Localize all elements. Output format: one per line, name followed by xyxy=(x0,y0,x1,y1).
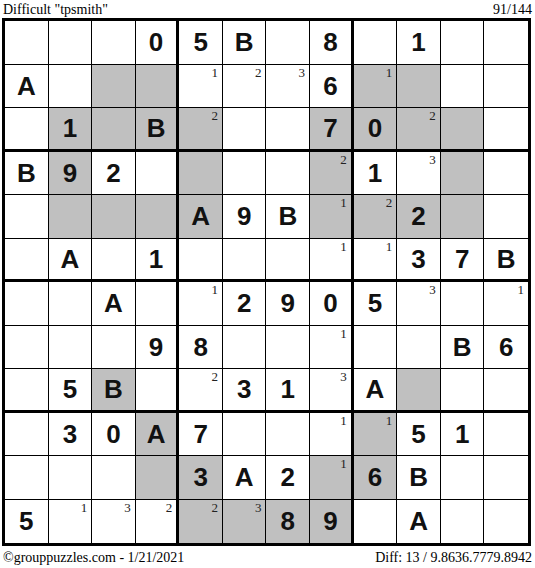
cell-r3c3[interactable] xyxy=(92,108,136,152)
cell-r3c6[interactable] xyxy=(223,108,267,152)
cell-r2c5[interactable]: 1 xyxy=(179,65,223,109)
cell-r12c2[interactable]: 1 xyxy=(49,500,93,544)
cell-value: 6 xyxy=(323,73,337,99)
cell-r7c1[interactable] xyxy=(5,282,49,326)
cell-r1c9[interactable] xyxy=(354,21,398,65)
pencil-mark: 1 xyxy=(517,282,524,297)
cell-r2c6[interactable]: 2 xyxy=(223,65,267,109)
cell-value: 2 xyxy=(281,464,295,490)
cell-value: 1 xyxy=(368,160,382,186)
cell-r9c8[interactable]: 3 xyxy=(310,369,354,413)
cell-r11c9[interactable]: 6 xyxy=(354,456,398,500)
cell-r10c1[interactable] xyxy=(5,413,49,457)
cell-r5c3[interactable] xyxy=(92,195,136,239)
pencil-mark: 2 xyxy=(211,500,218,515)
pencil-mark: 2 xyxy=(255,65,262,80)
cell-r1c11[interactable] xyxy=(441,21,485,65)
cell-r5c7[interactable]: B xyxy=(266,195,310,239)
cell-value: 5 xyxy=(63,376,77,402)
cell-r12c9[interactable] xyxy=(354,500,398,544)
cell-r11c4[interactable] xyxy=(136,456,180,500)
cell-value: 7 xyxy=(455,246,469,272)
cell-value: 1 xyxy=(281,376,295,402)
cell-r9c4[interactable] xyxy=(136,369,180,413)
cell-value: 7 xyxy=(193,421,207,447)
cell-value: B xyxy=(453,334,472,360)
cell-r4c8[interactable]: 2 xyxy=(310,152,354,196)
pencil-mark: 2 xyxy=(211,369,218,384)
cell-r7c10[interactable]: 3 xyxy=(397,282,441,326)
cell-r10c12[interactable] xyxy=(484,413,528,457)
puzzle-header: Difficult "tpsmith" 91/144 xyxy=(0,0,535,18)
cell-r12c7[interactable]: 8 xyxy=(266,500,310,544)
cell-r9c5[interactable]: 2 xyxy=(179,369,223,413)
cell-r6c2[interactable]: A xyxy=(49,239,93,283)
cell-value: 5 xyxy=(368,290,382,316)
pencil-mark: 3 xyxy=(429,152,436,167)
cell-r1c12[interactable] xyxy=(484,21,528,65)
cell-value: 9 xyxy=(237,203,251,229)
cell-r4c5[interactable] xyxy=(179,152,223,196)
cell-value: B xyxy=(235,29,254,55)
cell-value: 3 xyxy=(237,376,251,402)
cell-r12c5[interactable]: 2 xyxy=(179,500,223,544)
cell-r8c7[interactable] xyxy=(266,326,310,370)
cell-r7c6[interactable]: 2 xyxy=(223,282,267,326)
cell-r1c2[interactable] xyxy=(49,21,93,65)
cell-r2c11[interactable] xyxy=(441,65,485,109)
cell-value: 3 xyxy=(193,464,207,490)
cell-r10c3[interactable]: 0 xyxy=(92,413,136,457)
cell-r7c8[interactable]: 0 xyxy=(310,282,354,326)
cell-r8c12[interactable]: 6 xyxy=(484,326,528,370)
cell-r9c11[interactable] xyxy=(441,369,485,413)
cell-r12c8[interactable]: 9 xyxy=(310,500,354,544)
cell-r10c2[interactable]: 3 xyxy=(49,413,93,457)
pencil-mark: 3 xyxy=(340,369,347,384)
pencil-mark: 1 xyxy=(386,239,393,254)
cell-r3c11[interactable] xyxy=(441,108,485,152)
cell-r6c5[interactable] xyxy=(179,239,223,283)
cell-r2c4[interactable] xyxy=(136,65,180,109)
pencil-mark: 3 xyxy=(124,500,131,515)
cell-r8c10[interactable] xyxy=(397,326,441,370)
cell-r4c9[interactable]: 1 xyxy=(354,152,398,196)
cell-value: B xyxy=(147,115,166,141)
cell-r8c4[interactable]: 9 xyxy=(136,326,180,370)
cell-r10c5[interactable]: 7 xyxy=(179,413,223,457)
cell-r6c1[interactable] xyxy=(5,239,49,283)
cell-value: A xyxy=(147,421,166,447)
cell-r6c6[interactable] xyxy=(223,239,267,283)
cell-value: 9 xyxy=(149,334,163,360)
cell-r4c2[interactable]: 9 xyxy=(49,152,93,196)
cell-r3c5[interactable]: 2 xyxy=(179,108,223,152)
cell-r1c8[interactable]: 8 xyxy=(310,21,354,65)
cell-r8c11[interactable]: B xyxy=(441,326,485,370)
cell-r9c10[interactable] xyxy=(397,369,441,413)
cell-r9c7[interactable]: 1 xyxy=(266,369,310,413)
cell-value: 1 xyxy=(149,246,163,272)
cell-r4c10[interactable]: 3 xyxy=(397,152,441,196)
copyright-text: ©grouppuzzles.com - 1/21/2021 xyxy=(3,550,184,566)
cell-r2c7[interactable]: 3 xyxy=(266,65,310,109)
cell-r8c8[interactable]: 1 xyxy=(310,326,354,370)
cell-value: A xyxy=(366,376,385,402)
cell-r10c7[interactable] xyxy=(266,413,310,457)
cell-r11c12[interactable] xyxy=(484,456,528,500)
cell-value: 0 xyxy=(368,115,382,141)
cell-r3c8[interactable]: 7 xyxy=(310,108,354,152)
puzzle-title: Difficult "tpsmith" xyxy=(3,2,108,18)
cell-r10c6[interactable] xyxy=(223,413,267,457)
cell-r7c3[interactable]: A xyxy=(92,282,136,326)
cell-value: 0 xyxy=(323,290,337,316)
cell-r11c11[interactable] xyxy=(441,456,485,500)
cell-r4c6[interactable] xyxy=(223,152,267,196)
pencil-mark: 1 xyxy=(340,413,347,428)
cell-r5c10[interactable]: 2 xyxy=(397,195,441,239)
difficulty-text: Diff: 13 / 9.8636.7779.8942 xyxy=(375,550,532,566)
cell-r6c8[interactable]: 1 xyxy=(310,239,354,283)
cell-r1c10[interactable]: 1 xyxy=(397,21,441,65)
cell-r8c3[interactable] xyxy=(92,326,136,370)
cell-value: B xyxy=(409,464,428,490)
pencil-mark: 1 xyxy=(340,195,347,210)
cell-value: 1 xyxy=(455,421,469,447)
pencil-mark: 3 xyxy=(299,65,306,80)
cell-r3c2[interactable]: 1 xyxy=(49,108,93,152)
cell-r5c8[interactable]: 1 xyxy=(310,195,354,239)
cell-value: A xyxy=(235,464,254,490)
cell-value: A xyxy=(409,508,428,534)
cell-r11c10[interactable]: B xyxy=(397,456,441,500)
cell-r2c10[interactable] xyxy=(397,65,441,109)
cell-r1c5[interactable]: 5 xyxy=(179,21,223,65)
cell-r6c12[interactable]: B xyxy=(484,239,528,283)
sudoku-board: 05B81A123611B2702B92213A9B122A11137BA129… xyxy=(2,18,531,546)
puzzle-counter: 91/144 xyxy=(493,2,532,18)
cell-r7c12[interactable]: 1 xyxy=(484,282,528,326)
cell-r2c12[interactable] xyxy=(484,65,528,109)
pencil-mark: 3 xyxy=(255,500,262,515)
cell-r3c12[interactable] xyxy=(484,108,528,152)
cell-r7c11[interactable] xyxy=(441,282,485,326)
cell-r3c4[interactable]: B xyxy=(136,108,180,152)
cell-r9c3[interactable]: B xyxy=(92,369,136,413)
cell-r5c9[interactable]: 2 xyxy=(354,195,398,239)
pencil-mark: 2 xyxy=(211,108,218,123)
puzzle-footer: ©grouppuzzles.com - 1/21/2021 Diff: 13 /… xyxy=(0,548,535,568)
cell-r6c9[interactable]: 1 xyxy=(354,239,398,283)
cell-r9c6[interactable]: 3 xyxy=(223,369,267,413)
cell-r12c12[interactable] xyxy=(484,500,528,544)
cell-r9c12[interactable] xyxy=(484,369,528,413)
cell-r1c4[interactable]: 0 xyxy=(136,21,180,65)
cell-r1c3[interactable] xyxy=(92,21,136,65)
cell-r10c10[interactable]: 5 xyxy=(397,413,441,457)
pencil-mark: 1 xyxy=(340,456,347,471)
cell-r5c12[interactable] xyxy=(484,195,528,239)
cell-r11c6[interactable]: A xyxy=(223,456,267,500)
cell-r10c9[interactable]: 1 xyxy=(354,413,398,457)
cell-r1c7[interactable] xyxy=(266,21,310,65)
puzzle-page: Difficult "tpsmith" 91/144 05B81A123611B… xyxy=(0,0,535,568)
cell-r2c3[interactable] xyxy=(92,65,136,109)
cell-r6c3[interactable] xyxy=(92,239,136,283)
cell-value: 9 xyxy=(323,508,337,534)
cell-value: 0 xyxy=(106,421,120,447)
cell-value: 2 xyxy=(237,290,251,316)
cell-value: B xyxy=(497,246,516,272)
pencil-mark: 1 xyxy=(386,413,393,428)
cell-value: 1 xyxy=(63,115,77,141)
cell-r8c6[interactable] xyxy=(223,326,267,370)
cell-r5c1[interactable] xyxy=(5,195,49,239)
cell-value: 3 xyxy=(411,246,425,272)
cell-r2c9[interactable]: 1 xyxy=(354,65,398,109)
cell-value: B xyxy=(104,376,123,402)
cell-r4c7[interactable] xyxy=(266,152,310,196)
cell-value: 8 xyxy=(323,29,337,55)
cell-value: 9 xyxy=(63,160,77,186)
cell-r7c5[interactable]: 1 xyxy=(179,282,223,326)
cell-r3c7[interactable] xyxy=(266,108,310,152)
cell-r7c2[interactable] xyxy=(49,282,93,326)
cell-value: 2 xyxy=(106,160,120,186)
cell-r4c1[interactable]: B xyxy=(5,152,49,196)
cell-r4c4[interactable] xyxy=(136,152,180,196)
cell-r5c6[interactable]: 9 xyxy=(223,195,267,239)
pencil-mark: 1 xyxy=(340,326,347,341)
cell-value: 5 xyxy=(193,29,207,55)
cell-r12c11[interactable] xyxy=(441,500,485,544)
cell-value: 8 xyxy=(281,508,295,534)
pencil-mark: 2 xyxy=(429,108,436,123)
cell-value: 6 xyxy=(368,464,382,490)
pencil-mark: 1 xyxy=(211,65,218,80)
cell-value: 1 xyxy=(411,29,425,55)
pencil-mark: 1 xyxy=(211,282,218,297)
cell-r9c2[interactable]: 5 xyxy=(49,369,93,413)
cell-r1c6[interactable]: B xyxy=(223,21,267,65)
cell-r5c5[interactable]: A xyxy=(179,195,223,239)
pencil-mark: 1 xyxy=(340,239,347,254)
cell-r11c2[interactable] xyxy=(49,456,93,500)
pencil-mark: 2 xyxy=(166,500,173,515)
cell-value: 9 xyxy=(281,290,295,316)
cell-r12c6[interactable]: 3 xyxy=(223,500,267,544)
cell-r12c10[interactable]: A xyxy=(397,500,441,544)
cell-r12c1[interactable]: 5 xyxy=(5,500,49,544)
cell-r9c1[interactable] xyxy=(5,369,49,413)
cell-r1c1[interactable] xyxy=(5,21,49,65)
cell-value: B xyxy=(278,203,297,229)
cell-r12c3[interactable]: 3 xyxy=(92,500,136,544)
cell-r7c7[interactable]: 9 xyxy=(266,282,310,326)
cell-value: 7 xyxy=(323,115,337,141)
cell-value: A xyxy=(17,73,36,99)
cell-r5c4[interactable] xyxy=(136,195,180,239)
pencil-mark: 2 xyxy=(340,152,347,167)
cell-r3c1[interactable] xyxy=(5,108,49,152)
cell-r11c1[interactable] xyxy=(5,456,49,500)
cell-value: 0 xyxy=(149,29,163,55)
cell-r4c11[interactable] xyxy=(441,152,485,196)
cell-r6c10[interactable]: 3 xyxy=(397,239,441,283)
cell-r11c5[interactable]: 3 xyxy=(179,456,223,500)
cell-r10c8[interactable]: 1 xyxy=(310,413,354,457)
cell-r2c8[interactable]: 6 xyxy=(310,65,354,109)
pencil-mark: 1 xyxy=(386,65,393,80)
cell-r8c9[interactable] xyxy=(354,326,398,370)
cell-r5c11[interactable] xyxy=(441,195,485,239)
cell-r3c9[interactable]: 0 xyxy=(354,108,398,152)
cell-value: A xyxy=(104,290,123,316)
cell-r11c7[interactable]: 2 xyxy=(266,456,310,500)
cell-value: 3 xyxy=(63,421,77,447)
pencil-mark: 2 xyxy=(386,195,393,210)
cell-r4c3[interactable]: 2 xyxy=(92,152,136,196)
cell-r2c2[interactable] xyxy=(49,65,93,109)
cell-r5c2[interactable] xyxy=(49,195,93,239)
cell-r7c4[interactable] xyxy=(136,282,180,326)
cell-value: A xyxy=(60,246,79,272)
cell-r8c5[interactable]: 8 xyxy=(179,326,223,370)
cell-r7c9[interactable]: 5 xyxy=(354,282,398,326)
cell-r8c2[interactable] xyxy=(49,326,93,370)
cell-r10c4[interactable]: A xyxy=(136,413,180,457)
cell-r12c4[interactable]: 2 xyxy=(136,500,180,544)
cell-r6c4[interactable]: 1 xyxy=(136,239,180,283)
cell-r6c7[interactable] xyxy=(266,239,310,283)
cell-r2c1[interactable]: A xyxy=(5,65,49,109)
cell-value: A xyxy=(191,203,210,229)
cell-r11c3[interactable] xyxy=(92,456,136,500)
cell-value: 8 xyxy=(193,334,207,360)
cell-r9c9[interactable]: A xyxy=(354,369,398,413)
cell-r11c8[interactable]: 1 xyxy=(310,456,354,500)
cell-r8c1[interactable] xyxy=(5,326,49,370)
cell-value: 5 xyxy=(411,421,425,447)
cell-value: 6 xyxy=(499,334,513,360)
cell-value: 2 xyxy=(411,203,425,229)
cell-value: 5 xyxy=(19,508,33,534)
pencil-mark: 1 xyxy=(81,500,88,515)
cell-r4c12[interactable] xyxy=(484,152,528,196)
cell-r3c10[interactable]: 2 xyxy=(397,108,441,152)
pencil-mark: 3 xyxy=(429,282,436,297)
cell-r10c11[interactable]: 1 xyxy=(441,413,485,457)
cell-r6c11[interactable]: 7 xyxy=(441,239,485,283)
cell-value: B xyxy=(17,160,36,186)
